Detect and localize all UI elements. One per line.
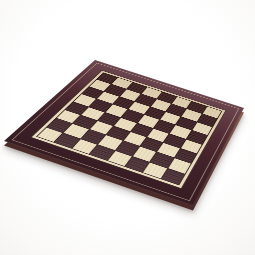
product-photo-stage — [0, 0, 255, 255]
